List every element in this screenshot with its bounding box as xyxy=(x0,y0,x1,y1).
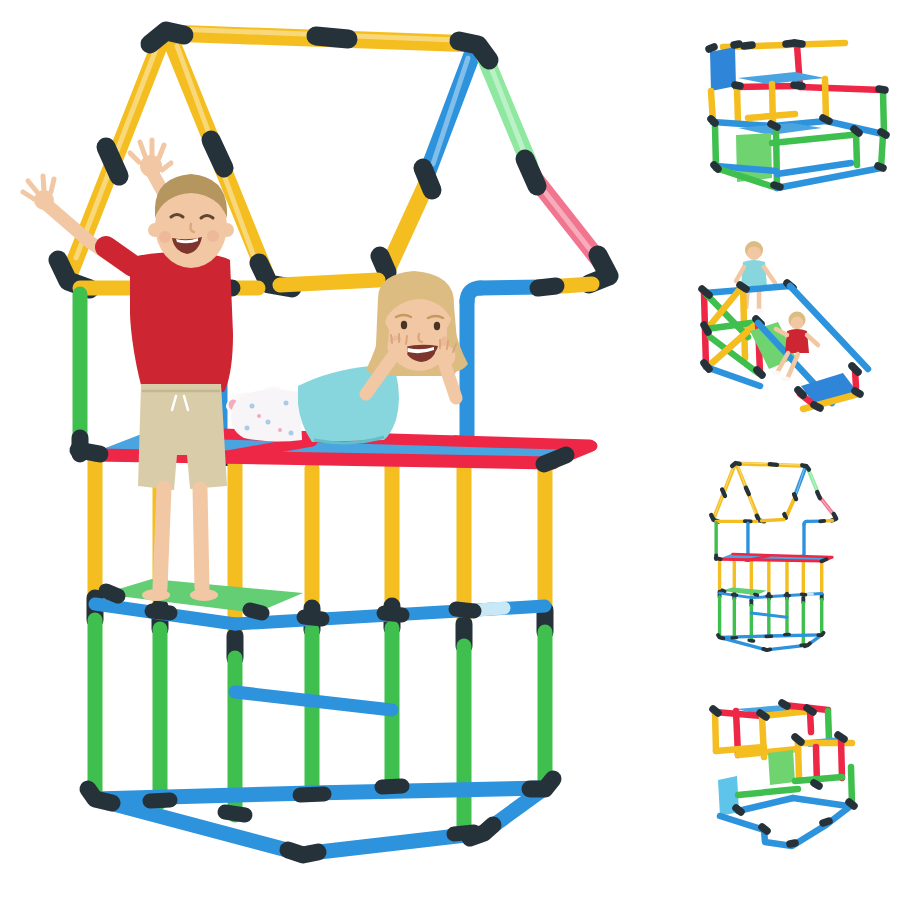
boy-shorts xyxy=(138,384,227,490)
product-image-collage xyxy=(0,0,900,900)
thumbnail-column xyxy=(680,0,900,900)
thumbnail-climbing-tower[interactable] xyxy=(680,0,900,225)
connector xyxy=(525,159,537,186)
slide-rail xyxy=(790,286,868,369)
connector xyxy=(380,256,387,272)
girl-hand xyxy=(435,346,456,367)
base-frame xyxy=(88,779,553,855)
girl-eye xyxy=(401,321,407,329)
boy-sleeve xyxy=(106,247,133,266)
connector xyxy=(538,286,556,288)
thumbnail-4-drawing xyxy=(680,675,900,900)
connector xyxy=(106,147,119,176)
rail-tape xyxy=(478,608,504,610)
connector xyxy=(316,36,348,39)
thumbnail-monkey-bars[interactable] xyxy=(680,675,900,900)
boy-foot xyxy=(142,589,170,601)
main-photo-drawing xyxy=(0,0,680,900)
boy-shirt xyxy=(130,252,233,392)
boy-leg xyxy=(200,489,202,588)
boy-figure xyxy=(23,140,234,601)
girl-figure xyxy=(223,271,468,443)
connector xyxy=(211,140,224,168)
thumbnail-2-drawing xyxy=(680,225,900,450)
roof-slope-tube xyxy=(388,183,427,268)
green-panel xyxy=(768,750,795,785)
thumbnail-slide-configuration[interactable] xyxy=(680,225,900,450)
rail-tube xyxy=(280,280,378,285)
boy-leg xyxy=(160,488,164,588)
connector xyxy=(150,31,184,44)
deck xyxy=(738,72,825,84)
girl-eye xyxy=(434,322,440,330)
thumbnail-3-drawing xyxy=(680,450,900,675)
thumbnail-1-drawing xyxy=(680,0,900,225)
thumbnail-house-frame[interactable] xyxy=(680,450,900,675)
rail-tube xyxy=(235,692,392,710)
boy-foot xyxy=(190,589,218,601)
main-product-photo xyxy=(0,0,680,900)
connector xyxy=(423,168,432,190)
roof-frame xyxy=(58,29,609,289)
